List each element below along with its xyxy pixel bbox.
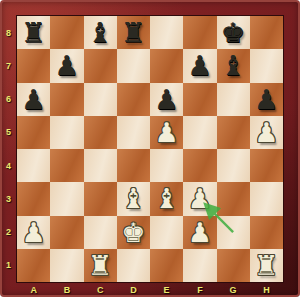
- square-c4[interactable]: [84, 149, 117, 182]
- square-d6[interactable]: [117, 83, 150, 116]
- white-rook[interactable]: ♜: [254, 249, 278, 282]
- black-pawn[interactable]: ♟: [22, 83, 46, 116]
- square-h7[interactable]: [250, 49, 283, 82]
- square-c8[interactable]: ♝: [84, 16, 117, 49]
- square-f1[interactable]: [183, 249, 216, 282]
- square-f4[interactable]: [183, 149, 216, 182]
- square-h2[interactable]: [250, 216, 283, 249]
- file-label-a: A: [17, 282, 50, 297]
- square-d4[interactable]: [117, 149, 150, 182]
- square-b5[interactable]: [50, 116, 83, 149]
- square-f8[interactable]: [183, 16, 216, 49]
- file-label-f: F: [183, 282, 216, 297]
- white-rook[interactable]: ♜: [88, 249, 112, 282]
- square-c2[interactable]: [84, 216, 117, 249]
- square-d1[interactable]: [117, 249, 150, 282]
- square-h6[interactable]: ♟: [250, 83, 283, 116]
- white-pawn[interactable]: ♟: [188, 216, 212, 249]
- square-c1[interactable]: ♜: [84, 249, 117, 282]
- square-a3[interactable]: [17, 182, 50, 215]
- black-rook[interactable]: ♜: [22, 16, 46, 49]
- white-bishop[interactable]: ♝: [121, 182, 145, 215]
- black-bishop[interactable]: ♝: [88, 16, 112, 49]
- square-g4[interactable]: [217, 149, 250, 182]
- file-label-h: H: [250, 282, 283, 297]
- chess-board: ♜♝♜♚♟♟♝♟♟♟♟♟♝♝♟♟♚♟♜♜: [17, 16, 283, 282]
- square-b7[interactable]: ♟: [50, 49, 83, 82]
- rank-label-7: 7: [0, 49, 17, 82]
- square-c3[interactable]: [84, 182, 117, 215]
- square-g5[interactable]: [217, 116, 250, 149]
- rank-label-3: 3: [0, 182, 17, 215]
- black-king[interactable]: ♚: [221, 16, 245, 49]
- square-h1[interactable]: ♜: [250, 249, 283, 282]
- chess-diagram: 87654321 ABCDEFGH ♜♝♜♚♟♟♝♟♟♟♟♟♝♝♟♟♚♟♜♜: [0, 0, 300, 297]
- file-label-e: E: [150, 282, 183, 297]
- square-g2[interactable]: [217, 216, 250, 249]
- rank-label-5: 5: [0, 116, 17, 149]
- square-a5[interactable]: [17, 116, 50, 149]
- square-a4[interactable]: [17, 149, 50, 182]
- square-b3[interactable]: [50, 182, 83, 215]
- white-bishop[interactable]: ♝: [155, 182, 179, 215]
- square-g8[interactable]: ♚: [217, 16, 250, 49]
- rank-labels: 87654321: [0, 16, 17, 282]
- square-e4[interactable]: [150, 149, 183, 182]
- square-e3[interactable]: ♝: [150, 182, 183, 215]
- square-h3[interactable]: [250, 182, 283, 215]
- black-bishop[interactable]: ♝: [221, 49, 245, 82]
- square-e6[interactable]: ♟: [150, 83, 183, 116]
- square-e1[interactable]: [150, 249, 183, 282]
- square-e7[interactable]: [150, 49, 183, 82]
- square-d8[interactable]: ♜: [117, 16, 150, 49]
- black-pawn[interactable]: ♟: [254, 83, 278, 116]
- square-a7[interactable]: [17, 49, 50, 82]
- square-d7[interactable]: [117, 49, 150, 82]
- square-h5[interactable]: ♟: [250, 116, 283, 149]
- file-label-c: C: [84, 282, 117, 297]
- square-b2[interactable]: [50, 216, 83, 249]
- square-a8[interactable]: ♜: [17, 16, 50, 49]
- square-a1[interactable]: [17, 249, 50, 282]
- file-label-b: B: [50, 282, 83, 297]
- black-pawn[interactable]: ♟: [155, 83, 179, 116]
- file-label-d: D: [117, 282, 150, 297]
- black-rook[interactable]: ♜: [121, 16, 145, 49]
- square-h4[interactable]: [250, 149, 283, 182]
- white-pawn[interactable]: ♟: [22, 216, 46, 249]
- square-b4[interactable]: [50, 149, 83, 182]
- square-f5[interactable]: [183, 116, 216, 149]
- square-d5[interactable]: [117, 116, 150, 149]
- file-labels: ABCDEFGH: [17, 282, 283, 297]
- square-a6[interactable]: ♟: [17, 83, 50, 116]
- white-king[interactable]: ♚: [121, 216, 145, 249]
- square-f3[interactable]: ♟: [183, 182, 216, 215]
- square-e5[interactable]: ♟: [150, 116, 183, 149]
- square-c7[interactable]: [84, 49, 117, 82]
- rank-label-1: 1: [0, 249, 17, 282]
- rank-label-6: 6: [0, 83, 17, 116]
- square-d2[interactable]: ♚: [117, 216, 150, 249]
- rank-label-4: 4: [0, 149, 17, 182]
- board-wrap: ♜♝♜♚♟♟♝♟♟♟♟♟♝♝♟♟♚♟♜♜: [17, 16, 283, 282]
- square-f7[interactable]: ♟: [183, 49, 216, 82]
- file-label-g: G: [217, 282, 250, 297]
- square-g1[interactable]: [217, 249, 250, 282]
- white-pawn[interactable]: ♟: [155, 116, 179, 149]
- square-b8[interactable]: [50, 16, 83, 49]
- square-c6[interactable]: [84, 83, 117, 116]
- white-pawn[interactable]: ♟: [188, 182, 212, 215]
- black-pawn[interactable]: ♟: [55, 49, 79, 82]
- square-g7[interactable]: ♝: [217, 49, 250, 82]
- rank-label-2: 2: [0, 216, 17, 249]
- square-g6[interactable]: [217, 83, 250, 116]
- black-pawn[interactable]: ♟: [188, 49, 212, 82]
- rank-label-8: 8: [0, 16, 17, 49]
- square-b6[interactable]: [50, 83, 83, 116]
- square-c5[interactable]: [84, 116, 117, 149]
- square-g3[interactable]: [217, 182, 250, 215]
- square-f2[interactable]: ♟: [183, 216, 216, 249]
- square-d3[interactable]: ♝: [117, 182, 150, 215]
- square-f6[interactable]: [183, 83, 216, 116]
- square-e2[interactable]: [150, 216, 183, 249]
- square-e8[interactable]: [150, 16, 183, 49]
- square-a2[interactable]: ♟: [17, 216, 50, 249]
- white-pawn[interactable]: ♟: [254, 116, 278, 149]
- square-b1[interactable]: [50, 249, 83, 282]
- square-h8[interactable]: [250, 16, 283, 49]
